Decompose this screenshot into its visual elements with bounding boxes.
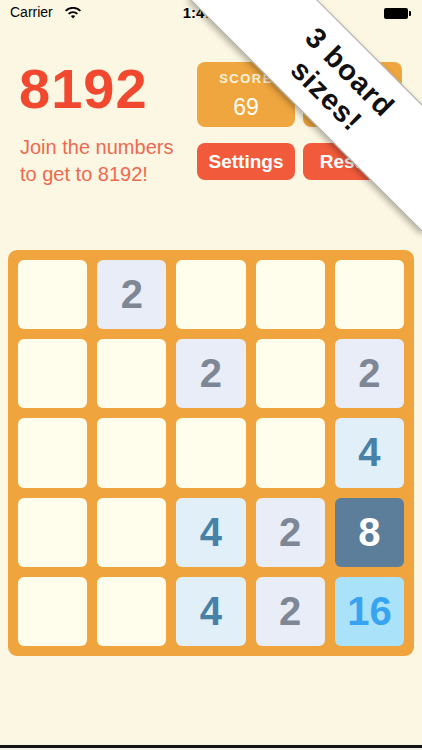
cell-r3c5-tile-4: 4 [335, 418, 404, 487]
cell-r4c5-tile-8: 8 [335, 498, 404, 567]
cell-r1c5-empty [335, 260, 404, 329]
subtitle-line-1: Join the numbers [20, 134, 173, 161]
cell-r2c4-empty [256, 339, 325, 408]
cell-r4c1-empty [18, 498, 87, 567]
cell-r5c4-tile-2: 2 [256, 577, 325, 646]
cell-r3c1-empty [18, 418, 87, 487]
cell-r3c4-empty [256, 418, 325, 487]
cell-r3c2-empty [97, 418, 166, 487]
cell-r1c2-tile-2: 2 [97, 260, 166, 329]
cell-r1c4-empty [256, 260, 325, 329]
app-screen: Carrier 1:47 PM 8192 Join the numbers to… [0, 0, 422, 750]
cell-r5c3-tile-4: 4 [176, 577, 245, 646]
cell-r4c2-empty [97, 498, 166, 567]
cell-r2c3-tile-2: 2 [176, 339, 245, 408]
cell-r5c5-tile-16: 16 [335, 577, 404, 646]
cell-r1c3-empty [176, 260, 245, 329]
subtitle-line-2: to get to 8192! [20, 161, 173, 188]
cell-r4c4-tile-2: 2 [256, 498, 325, 567]
cell-r4c3-tile-4: 4 [176, 498, 245, 567]
cell-r2c2-empty [97, 339, 166, 408]
cell-r1c1-empty [18, 260, 87, 329]
app-subtitle: Join the numbers to get to 8192! [20, 134, 173, 188]
board[interactable]: 22244284216 [8, 250, 414, 656]
score-value: 69 [233, 94, 259, 121]
cell-r5c2-empty [97, 577, 166, 646]
cell-r2c5-tile-2: 2 [335, 339, 404, 408]
cell-r5c1-empty [18, 577, 87, 646]
cell-r2c1-empty [18, 339, 87, 408]
settings-button[interactable]: Settings [197, 143, 295, 180]
battery-icon [384, 8, 408, 19]
app-title: 8192 [19, 56, 148, 121]
cell-r3c3-empty [176, 418, 245, 487]
